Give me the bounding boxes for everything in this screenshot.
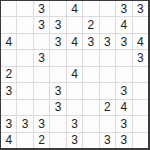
empty-cell[interactable]: [83, 100, 98, 115]
empty-cell[interactable]: [67, 83, 82, 98]
puzzle-board: 34333324434333433243333243333342333: [0, 0, 150, 150]
clue-cell[interactable]: 3: [133, 50, 148, 65]
empty-cell[interactable]: [50, 116, 65, 131]
empty-cell[interactable]: [67, 17, 82, 32]
empty-cell[interactable]: [133, 100, 148, 115]
empty-cell[interactable]: [116, 50, 131, 65]
empty-cell[interactable]: [34, 83, 49, 98]
clue-cell[interactable]: 2: [100, 100, 115, 115]
empty-cell[interactable]: [83, 116, 98, 131]
clue-cell[interactable]: 4: [116, 17, 131, 32]
empty-cell[interactable]: [133, 67, 148, 82]
clue-cell[interactable]: 4: [67, 67, 82, 82]
clue-cell[interactable]: 3: [67, 133, 82, 148]
clue-cell[interactable]: 3: [50, 17, 65, 32]
clue-cell[interactable]: 3: [116, 34, 131, 49]
empty-cell[interactable]: [1, 100, 16, 115]
clue-cell[interactable]: 3: [133, 1, 148, 16]
empty-cell[interactable]: [100, 67, 115, 82]
empty-cell[interactable]: [67, 100, 82, 115]
clue-cell[interactable]: 3: [116, 133, 131, 148]
empty-cell[interactable]: [100, 116, 115, 131]
empty-cell[interactable]: [83, 67, 98, 82]
clue-cell[interactable]: 3: [116, 83, 131, 98]
empty-cell[interactable]: [100, 83, 115, 98]
empty-cell[interactable]: [133, 116, 148, 131]
empty-cell[interactable]: [67, 50, 82, 65]
empty-cell[interactable]: [83, 133, 98, 148]
empty-cell[interactable]: [83, 1, 98, 16]
empty-cell[interactable]: [17, 1, 32, 16]
empty-cell[interactable]: [1, 1, 16, 16]
empty-cell[interactable]: [116, 67, 131, 82]
clue-cell[interactable]: 2: [1, 67, 16, 82]
clue-cell[interactable]: 3: [34, 1, 49, 16]
empty-cell[interactable]: [17, 17, 32, 32]
clue-cell[interactable]: 3: [50, 83, 65, 98]
clue-cell[interactable]: 3: [1, 83, 16, 98]
clue-cell[interactable]: 3: [1, 116, 16, 131]
empty-cell[interactable]: [83, 83, 98, 98]
empty-cell[interactable]: [17, 34, 32, 49]
clue-cell[interactable]: 2: [83, 17, 98, 32]
clue-cell[interactable]: 3: [34, 116, 49, 131]
clue-cell[interactable]: 3: [100, 133, 115, 148]
clue-cell[interactable]: 2: [34, 133, 49, 148]
clue-cell[interactable]: 3: [17, 116, 32, 131]
empty-cell[interactable]: [17, 83, 32, 98]
empty-cell[interactable]: [34, 100, 49, 115]
empty-cell[interactable]: [17, 100, 32, 115]
empty-cell[interactable]: [1, 50, 16, 65]
clue-cell[interactable]: 3: [34, 50, 49, 65]
clue-cell[interactable]: 3: [50, 100, 65, 115]
clue-cell[interactable]: 3: [116, 1, 131, 16]
empty-cell[interactable]: [133, 133, 148, 148]
empty-cell[interactable]: [17, 50, 32, 65]
empty-cell[interactable]: [100, 1, 115, 16]
empty-cell[interactable]: [100, 17, 115, 32]
empty-cell[interactable]: [50, 1, 65, 16]
empty-cell[interactable]: [133, 83, 148, 98]
clue-cell[interactable]: 4: [116, 100, 131, 115]
empty-cell[interactable]: [133, 17, 148, 32]
clue-cell[interactable]: 3: [50, 34, 65, 49]
empty-cell[interactable]: [34, 67, 49, 82]
clue-cell[interactable]: 4: [67, 1, 82, 16]
clue-cell[interactable]: 3: [100, 34, 115, 49]
empty-cell[interactable]: [50, 133, 65, 148]
clue-cell[interactable]: 3: [83, 34, 98, 49]
clue-cell[interactable]: 3: [34, 17, 49, 32]
empty-cell[interactable]: [100, 50, 115, 65]
clue-cell[interactable]: 4: [1, 34, 16, 49]
clue-cell[interactable]: 3: [67, 116, 82, 131]
empty-cell[interactable]: [17, 133, 32, 148]
empty-cell[interactable]: [34, 34, 49, 49]
empty-cell[interactable]: [50, 67, 65, 82]
clue-cell[interactable]: 4: [133, 34, 148, 49]
empty-cell[interactable]: [17, 67, 32, 82]
clue-cell[interactable]: 4: [67, 34, 82, 49]
empty-cell[interactable]: [50, 50, 65, 65]
empty-cell[interactable]: [1, 17, 16, 32]
empty-cell[interactable]: [83, 50, 98, 65]
clue-cell[interactable]: 4: [1, 133, 16, 148]
clue-cell[interactable]: 3: [116, 116, 131, 131]
